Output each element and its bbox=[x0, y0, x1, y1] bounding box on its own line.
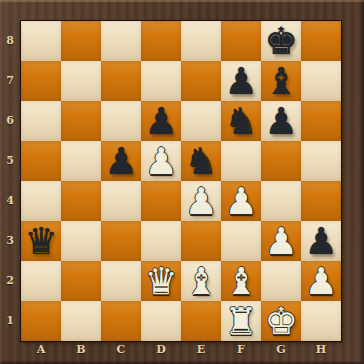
square-h8[interactable] bbox=[301, 21, 341, 61]
square-h3[interactable]: ♟ bbox=[301, 221, 341, 261]
square-b6[interactable] bbox=[61, 101, 101, 141]
white-bishop[interactable]: ♝ bbox=[181, 261, 221, 301]
square-a3[interactable]: ♛ bbox=[21, 221, 61, 261]
white-bishop[interactable]: ♝ bbox=[221, 261, 261, 301]
square-f6[interactable]: ♞ bbox=[221, 101, 261, 141]
square-f4[interactable]: ♟ bbox=[221, 181, 261, 221]
square-b3[interactable] bbox=[61, 221, 101, 261]
square-b2[interactable] bbox=[61, 261, 101, 301]
square-c7[interactable] bbox=[101, 61, 141, 101]
square-d6[interactable]: ♟ bbox=[141, 101, 181, 141]
white-rook[interactable]: ♜ bbox=[221, 301, 261, 341]
rank-label-2: 2 bbox=[0, 261, 20, 301]
square-c5[interactable]: ♟ bbox=[101, 141, 141, 181]
black-pawn[interactable]: ♟ bbox=[101, 141, 141, 181]
square-g3[interactable]: ♟ bbox=[261, 221, 301, 261]
square-b7[interactable] bbox=[61, 61, 101, 101]
file-label-e: E bbox=[181, 341, 221, 363]
black-king[interactable]: ♚ bbox=[261, 21, 301, 61]
square-c3[interactable] bbox=[101, 221, 141, 261]
square-g6[interactable]: ♟ bbox=[261, 101, 301, 141]
square-h2[interactable]: ♟ bbox=[301, 261, 341, 301]
file-label-d: D bbox=[141, 341, 181, 363]
chess-board: ♚♟♝♟♞♟♟♟♞♟♟♛♟♟♛♝♝♟♜♚ bbox=[21, 21, 341, 341]
square-d1[interactable] bbox=[141, 301, 181, 341]
square-g4[interactable] bbox=[261, 181, 301, 221]
square-e1[interactable] bbox=[181, 301, 221, 341]
rank-label-8: 8 bbox=[0, 21, 20, 61]
black-knight[interactable]: ♞ bbox=[181, 141, 221, 181]
white-king[interactable]: ♚ bbox=[261, 301, 301, 341]
square-g7[interactable]: ♝ bbox=[261, 61, 301, 101]
rank-label-6: 6 bbox=[0, 101, 20, 141]
square-h5[interactable] bbox=[301, 141, 341, 181]
square-e7[interactable] bbox=[181, 61, 221, 101]
file-label-c: C bbox=[101, 341, 141, 363]
square-b8[interactable] bbox=[61, 21, 101, 61]
square-b5[interactable] bbox=[61, 141, 101, 181]
rank-label-3: 3 bbox=[0, 221, 20, 261]
white-queen[interactable]: ♛ bbox=[141, 261, 181, 301]
square-g2[interactable] bbox=[261, 261, 301, 301]
square-a2[interactable] bbox=[21, 261, 61, 301]
square-d3[interactable] bbox=[141, 221, 181, 261]
square-c1[interactable] bbox=[101, 301, 141, 341]
white-pawn[interactable]: ♟ bbox=[261, 221, 301, 261]
white-pawn[interactable]: ♟ bbox=[221, 181, 261, 221]
black-pawn[interactable]: ♟ bbox=[261, 101, 301, 141]
rank-label-7: 7 bbox=[0, 61, 20, 101]
rank-label-4: 4 bbox=[0, 181, 20, 221]
file-label-g: G bbox=[261, 341, 301, 363]
square-e4[interactable]: ♟ bbox=[181, 181, 221, 221]
black-pawn[interactable]: ♟ bbox=[141, 101, 181, 141]
square-e5[interactable]: ♞ bbox=[181, 141, 221, 181]
square-b1[interactable] bbox=[61, 301, 101, 341]
square-e6[interactable] bbox=[181, 101, 221, 141]
square-a7[interactable] bbox=[21, 61, 61, 101]
file-label-f: F bbox=[221, 341, 261, 363]
rank-label-5: 5 bbox=[0, 141, 20, 181]
black-knight[interactable]: ♞ bbox=[221, 101, 261, 141]
black-pawn[interactable]: ♟ bbox=[301, 221, 341, 261]
square-c8[interactable] bbox=[101, 21, 141, 61]
square-h6[interactable] bbox=[301, 101, 341, 141]
black-bishop[interactable]: ♝ bbox=[261, 61, 301, 101]
square-g8[interactable]: ♚ bbox=[261, 21, 301, 61]
white-pawn[interactable]: ♟ bbox=[301, 261, 341, 301]
square-f5[interactable] bbox=[221, 141, 261, 181]
square-h4[interactable] bbox=[301, 181, 341, 221]
black-queen[interactable]: ♛ bbox=[21, 221, 61, 261]
square-a5[interactable] bbox=[21, 141, 61, 181]
square-e8[interactable] bbox=[181, 21, 221, 61]
square-c6[interactable] bbox=[101, 101, 141, 141]
chess-board-window: 87654321 ABCDEFGH ♚♟♝♟♞♟♟♟♞♟♟♛♟♟♛♝♝♟♜♚ bbox=[0, 0, 364, 364]
square-h7[interactable] bbox=[301, 61, 341, 101]
square-d2[interactable]: ♛ bbox=[141, 261, 181, 301]
square-d7[interactable] bbox=[141, 61, 181, 101]
square-g5[interactable] bbox=[261, 141, 301, 181]
file-label-h: H bbox=[301, 341, 341, 363]
file-label-a: A bbox=[21, 341, 61, 363]
square-f8[interactable] bbox=[221, 21, 261, 61]
square-c4[interactable] bbox=[101, 181, 141, 221]
rank-label-1: 1 bbox=[0, 301, 20, 341]
square-a6[interactable] bbox=[21, 101, 61, 141]
square-e2[interactable]: ♝ bbox=[181, 261, 221, 301]
square-g1[interactable]: ♚ bbox=[261, 301, 301, 341]
white-pawn[interactable]: ♟ bbox=[181, 181, 221, 221]
square-a8[interactable] bbox=[21, 21, 61, 61]
square-d8[interactable] bbox=[141, 21, 181, 61]
square-d4[interactable] bbox=[141, 181, 181, 221]
file-label-b: B bbox=[61, 341, 101, 363]
square-b4[interactable] bbox=[61, 181, 101, 221]
black-pawn[interactable]: ♟ bbox=[221, 61, 261, 101]
square-c2[interactable] bbox=[101, 261, 141, 301]
white-pawn[interactable]: ♟ bbox=[141, 141, 181, 181]
square-d5[interactable]: ♟ bbox=[141, 141, 181, 181]
square-e3[interactable] bbox=[181, 221, 221, 261]
square-f7[interactable]: ♟ bbox=[221, 61, 261, 101]
square-f3[interactable] bbox=[221, 221, 261, 261]
square-f1[interactable]: ♜ bbox=[221, 301, 261, 341]
square-f2[interactable]: ♝ bbox=[221, 261, 261, 301]
square-a1[interactable] bbox=[21, 301, 61, 341]
square-a4[interactable] bbox=[21, 181, 61, 221]
square-h1[interactable] bbox=[301, 301, 341, 341]
